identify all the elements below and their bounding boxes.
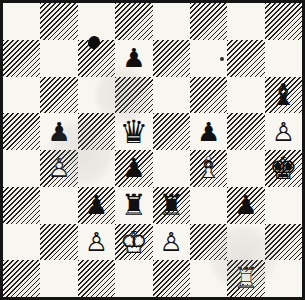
square-h3[interactable]: [265, 187, 302, 224]
square-e3[interactable]: ♜: [153, 187, 190, 224]
piece-black-bishop-h6[interactable]: ♝: [265, 77, 302, 114]
square-d4[interactable]: ♟: [115, 150, 152, 187]
square-f8[interactable]: [190, 3, 227, 40]
square-c2[interactable]: ♟♙: [78, 224, 115, 261]
piece-black-pawn-c3[interactable]: ♟: [78, 187, 115, 224]
square-f3[interactable]: [190, 187, 227, 224]
square-b6[interactable]: [40, 77, 77, 114]
square-f5[interactable]: ♟: [190, 113, 227, 150]
underlay-piece-white-pawn-h5: ♟: [265, 113, 302, 150]
square-b1[interactable]: [40, 260, 77, 297]
square-e4[interactable]: [153, 150, 190, 187]
square-f4[interactable]: ♝♗: [190, 150, 227, 187]
piece-black-pawn-d4[interactable]: ♟: [115, 150, 152, 187]
square-g8[interactable]: [227, 3, 264, 40]
square-f6[interactable]: [190, 77, 227, 114]
piece-white-pawn-h5[interactable]: ♙: [265, 113, 302, 150]
piece-white-bishop-f4[interactable]: ♗: [190, 150, 227, 187]
square-a4[interactable]: [3, 150, 40, 187]
chess-board-frame: ♟♝♟♛♟♟♙♟♙♟♝♗♚♟♜♜♟♟♙♚♔♟♙♜♖: [0, 0, 305, 300]
piece-black-rook-e3[interactable]: ♜: [153, 187, 190, 224]
piece-black-rook-d3[interactable]: ♜: [115, 187, 152, 224]
underlay-piece-white-pawn-e2: ♟: [153, 224, 190, 261]
square-h5[interactable]: ♟♙: [265, 113, 302, 150]
watermark-smudge: [46, 118, 116, 188]
square-e5[interactable]: [153, 113, 190, 150]
square-a7[interactable]: [3, 40, 40, 77]
square-c8[interactable]: [78, 3, 115, 40]
square-h4[interactable]: ♚: [265, 150, 302, 187]
square-h7[interactable]: [265, 40, 302, 77]
square-c3[interactable]: ♟: [78, 187, 115, 224]
square-g5[interactable]: [227, 113, 264, 150]
watermark-smudge: [93, 65, 153, 125]
piece-black-pawn-g3[interactable]: ♟: [227, 187, 264, 224]
underlay-piece-white-pawn-c2: ♟: [78, 224, 115, 261]
square-e2[interactable]: ♟♙: [153, 224, 190, 261]
square-b3[interactable]: [40, 187, 77, 224]
piece-white-pawn-c2[interactable]: ♙: [78, 224, 115, 261]
underlay-piece-white-king-d2: ♚: [115, 224, 152, 261]
watermark-smudge: [208, 223, 278, 293]
square-e1[interactable]: [153, 260, 190, 297]
square-g4[interactable]: [227, 150, 264, 187]
square-a3[interactable]: [3, 187, 40, 224]
square-g6[interactable]: [227, 77, 264, 114]
square-d2[interactable]: ♚♔: [115, 224, 152, 261]
square-e8[interactable]: [153, 3, 190, 40]
square-d1[interactable]: [115, 260, 152, 297]
square-b8[interactable]: [40, 3, 77, 40]
piece-white-king-d2[interactable]: ♔: [115, 224, 152, 261]
square-g7[interactable]: [227, 40, 264, 77]
square-c1[interactable]: [78, 260, 115, 297]
piece-black-pawn-f5[interactable]: ♟: [190, 113, 227, 150]
piece-black-king-h4[interactable]: ♚: [265, 150, 302, 187]
paper-speck-artifact: [220, 57, 224, 61]
square-a2[interactable]: [3, 224, 40, 261]
square-d8[interactable]: [115, 3, 152, 40]
square-a1[interactable]: [3, 260, 40, 297]
square-b2[interactable]: [40, 224, 77, 261]
square-h6[interactable]: ♝: [265, 77, 302, 114]
square-g3[interactable]: ♟: [227, 187, 264, 224]
piece-white-pawn-e2[interactable]: ♙: [153, 224, 190, 261]
square-d3[interactable]: ♜: [115, 187, 152, 224]
square-h8[interactable]: [265, 3, 302, 40]
square-b7[interactable]: [40, 40, 77, 77]
square-a6[interactable]: [3, 77, 40, 114]
square-a8[interactable]: [3, 3, 40, 40]
underlay-piece-white-bishop-f4: ♝: [190, 150, 227, 187]
square-e6[interactable]: [153, 77, 190, 114]
square-a5[interactable]: [3, 113, 40, 150]
square-e7[interactable]: [153, 40, 190, 77]
